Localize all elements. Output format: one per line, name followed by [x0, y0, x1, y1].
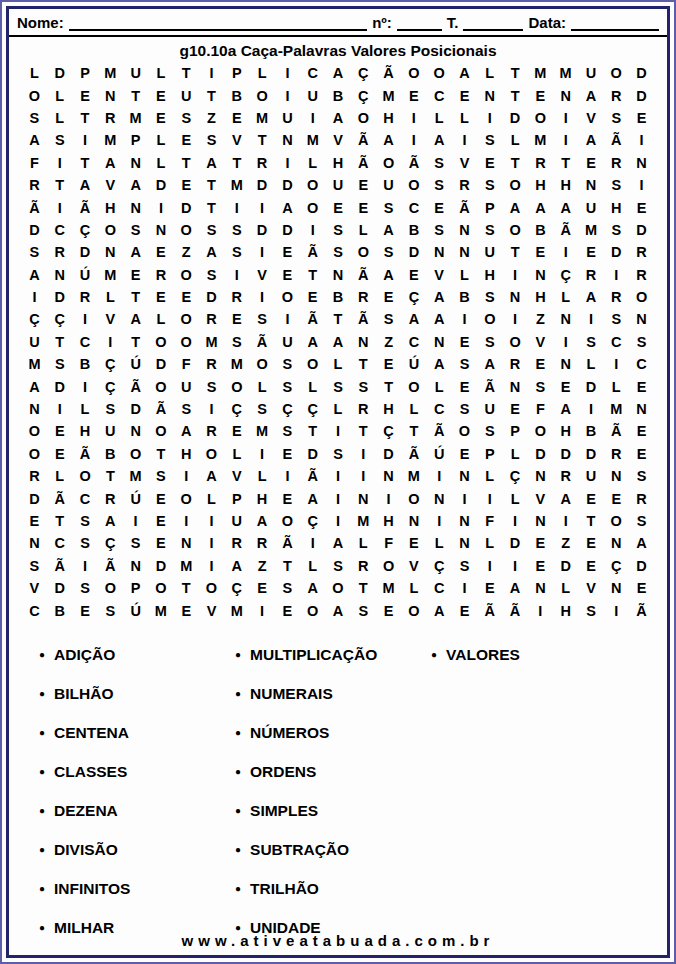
grid-cell-r4c21: M: [528, 129, 553, 151]
grid-cell-r16c4: S: [98, 398, 123, 420]
grid-cell-r17c22: H: [553, 420, 578, 442]
grid-cell-r14c12: O: [300, 353, 325, 375]
grid-cell-r25c18: E: [452, 599, 477, 621]
grid-cell-r21c8: I: [199, 510, 224, 532]
grid-cell-r9c22: I: [553, 241, 578, 263]
grid-cell-r15c4: Ç: [98, 375, 123, 397]
grid-cell-r11c12: E: [300, 286, 325, 308]
grid-cell-r15c17: L: [427, 375, 452, 397]
grid-cell-r18c10: I: [249, 443, 274, 465]
word-label: VALORES: [446, 646, 520, 664]
grid-cell-r11c7: E: [174, 286, 199, 308]
grid-cell-r10c21: N: [528, 264, 553, 286]
grid-cell-r8c25: D: [629, 219, 654, 241]
grid-cell-r13c25: S: [629, 331, 654, 353]
grid-cell-r11c13: B: [325, 286, 350, 308]
grid-cell-r19c6: S: [148, 465, 173, 487]
grid-cell-r2c21: E: [528, 84, 553, 106]
grid-cell-r16c25: N: [629, 398, 654, 420]
grid-cell-r25c2: B: [47, 599, 72, 621]
grid-cell-r6c1: R: [22, 174, 47, 196]
grid-cell-r14c19: A: [477, 353, 502, 375]
grid-cell-r25c19: Ã: [477, 599, 502, 621]
grid-cell-r4c14: Ã: [351, 129, 376, 151]
grid-cell-r12c12: Ã: [300, 308, 325, 330]
grid-cell-r17c15: Ç: [376, 420, 401, 442]
grid-cell-r13c19: S: [477, 331, 502, 353]
grid-cell-r20c6: E: [148, 487, 173, 509]
grid-cell-r9c25: R: [629, 241, 654, 263]
grid-cell-r22c9: R: [224, 532, 249, 554]
grid-cell-r25c4: S: [98, 599, 123, 621]
grid-cell-r22c8: I: [199, 532, 224, 554]
grid-cell-r5c12: L: [300, 152, 325, 174]
grid-cell-r16c2: I: [47, 398, 72, 420]
grid-cell-r4c12: M: [300, 129, 325, 151]
grid-cell-r25c21: I: [528, 599, 553, 621]
grid-cell-r4c7: E: [174, 129, 199, 151]
grid-cell-r7c9: I: [224, 196, 249, 218]
grid-cell-r11c25: O: [629, 286, 654, 308]
grid-cell-r7c2: I: [47, 196, 72, 218]
grid-cell-r7c23: U: [578, 196, 603, 218]
grid-cell-r20c19: I: [477, 487, 502, 509]
grid-cell-r3c9: E: [224, 107, 249, 129]
grid-cell-r10c5: E: [123, 264, 148, 286]
grid-cell-r6c8: T: [199, 174, 224, 196]
grid-cell-r2c24: R: [604, 84, 629, 106]
grid-cell-r9c10: I: [249, 241, 274, 263]
grid-cell-r20c20: L: [502, 487, 527, 509]
grid-cell-r17c10: M: [249, 420, 274, 442]
grid-cell-r13c8: M: [199, 331, 224, 353]
grid-cell-r15c15: T: [376, 375, 401, 397]
grid-cell-r12c23: I: [578, 308, 603, 330]
grid-cell-r14c17: A: [427, 353, 452, 375]
grid-cell-r12c4: V: [98, 308, 123, 330]
grid-cell-r6c14: E: [351, 174, 376, 196]
grid-cell-r11c9: R: [224, 286, 249, 308]
word-label: CENTENA: [54, 724, 129, 742]
date-label: Data:: [528, 15, 566, 31]
grid-cell-r19c23: U: [578, 465, 603, 487]
word-item: ●SIMPLES: [235, 792, 431, 831]
grid-cell-r4c2: S: [47, 129, 72, 151]
grid-cell-r21c12: Ç: [300, 510, 325, 532]
grid-cell-r2c25: D: [629, 84, 654, 106]
grid-cell-r24c23: V: [578, 577, 603, 599]
grid-cell-r1c7: T: [174, 62, 199, 84]
grid-cell-r2c8: T: [199, 84, 224, 106]
grid-cell-r14c10: O: [249, 353, 274, 375]
grid-cell-r1c21: M: [528, 62, 553, 84]
grid-cell-r7c8: T: [199, 196, 224, 218]
grid-cell-r3c15: H: [376, 107, 401, 129]
bullet-icon: ●: [39, 767, 45, 777]
grid-cell-r4c16: I: [401, 129, 426, 151]
grid-cell-r9c4: N: [98, 241, 123, 263]
grid-cell-r10c3: Ú: [72, 264, 97, 286]
word-label: SIMPLES: [250, 802, 318, 820]
grid-cell-r22c13: A: [325, 532, 350, 554]
bullet-icon: ●: [235, 728, 241, 738]
grid-cell-r17c25: E: [629, 420, 654, 442]
grid-cell-r17c20: P: [502, 420, 527, 442]
grid-cell-r25c8: V: [199, 599, 224, 621]
grid-cell-r11c6: E: [148, 286, 173, 308]
grid-cell-r23c15: O: [376, 555, 401, 577]
grid-cell-r9c19: U: [477, 241, 502, 263]
grid-cell-r5c2: I: [47, 152, 72, 174]
grid-cell-r17c16: T: [401, 420, 426, 442]
grid-cell-r8c6: N: [148, 219, 173, 241]
grid-cell-r2c18: E: [452, 84, 477, 106]
grid-cell-r14c25: C: [629, 353, 654, 375]
word-label: NUMERAIS: [250, 685, 333, 703]
grid-cell-r12c13: T: [325, 308, 350, 330]
word-label: DIVISÃO: [54, 841, 118, 859]
grid-cell-r12c5: A: [123, 308, 148, 330]
grid-cell-r23c21: E: [528, 555, 553, 577]
grid-cell-r9c14: O: [351, 241, 376, 263]
grid-cell-r10c13: N: [325, 264, 350, 286]
grid-cell-r8c23: M: [578, 219, 603, 241]
grid-cell-r20c1: D: [22, 487, 47, 509]
grid-cell-r9c9: S: [224, 241, 249, 263]
grid-cell-r16c11: Ç: [275, 398, 300, 420]
grid-cell-r19c25: S: [629, 465, 654, 487]
grid-cell-r19c16: M: [401, 465, 426, 487]
grid-cell-r19c8: A: [199, 465, 224, 487]
grid-cell-r3c19: I: [477, 107, 502, 129]
grid-cell-r1c25: D: [629, 62, 654, 84]
grid-cell-r17c1: O: [22, 420, 47, 442]
grid-cell-r22c11: Ã: [275, 532, 300, 554]
grid-cell-r24c17: C: [427, 577, 452, 599]
website-footer: www.ativeatabuada.com.br: [9, 932, 667, 949]
grid-cell-r25c15: E: [376, 599, 401, 621]
grid-cell-r25c1: C: [22, 599, 47, 621]
grid-cell-r4c1: A: [22, 129, 47, 151]
grid-cell-r23c13: S: [325, 555, 350, 577]
grid-cell-r7c4: H: [98, 196, 123, 218]
grid-cell-r7c19: P: [477, 196, 502, 218]
grid-cell-r20c5: Ú: [123, 487, 148, 509]
word-item: ●INFINITOS: [39, 870, 235, 909]
bullet-icon: ●: [39, 689, 45, 699]
grid-cell-r21c3: S: [72, 510, 97, 532]
grid-cell-r9c17: N: [427, 241, 452, 263]
grid-cell-r15c23: D: [578, 375, 603, 397]
grid-cell-r18c11: E: [275, 443, 300, 465]
grid-cell-r22c1: N: [22, 532, 47, 554]
grid-cell-r4c24: Ã: [604, 129, 629, 151]
grid-cell-r5c3: T: [72, 152, 97, 174]
worksheet-page: Nome: nº: T. Data: g10.10a Caça-Palavras…: [0, 0, 676, 964]
grid-cell-r10c11: E: [275, 264, 300, 286]
grid-cell-r16c22: A: [553, 398, 578, 420]
grid-cell-r21c9: U: [224, 510, 249, 532]
grid-cell-r7c21: A: [528, 196, 553, 218]
grid-cell-r13c15: Z: [376, 331, 401, 353]
grid-cell-r10c4: M: [98, 264, 123, 286]
grid-cell-r3c14: O: [351, 107, 376, 129]
word-label: BILHÃO: [54, 685, 113, 703]
grid-cell-r1c20: T: [502, 62, 527, 84]
grid-cell-r10c8: S: [199, 264, 224, 286]
grid-cell-r25c20: Ã: [502, 599, 527, 621]
grid-cell-r23c4: Ã: [98, 555, 123, 577]
bullet-icon: ●: [39, 884, 45, 894]
word-item: ●VALORES: [431, 636, 667, 675]
grid-cell-r9c13: S: [325, 241, 350, 263]
grid-cell-r24c19: E: [477, 577, 502, 599]
grid-cell-r23c3: I: [72, 555, 97, 577]
grid-cell-r11c11: O: [275, 286, 300, 308]
puzzle-title: g10.10a Caça-Palavras Valores Posicionai…: [9, 37, 667, 61]
grid-cell-r5c21: R: [528, 152, 553, 174]
grid-cell-r19c11: I: [275, 465, 300, 487]
grid-cell-r21c19: F: [477, 510, 502, 532]
grid-cell-r3c4: R: [98, 107, 123, 129]
grid-cell-r10c12: T: [300, 264, 325, 286]
grid-cell-r24c12: A: [300, 577, 325, 599]
grid-cell-r25c9: M: [224, 599, 249, 621]
grid-cell-r20c16: O: [401, 487, 426, 509]
grid-cell-r14c2: S: [47, 353, 72, 375]
grid-cell-r1c4: M: [98, 62, 123, 84]
grid-cell-r1c9: P: [224, 62, 249, 84]
grid-cell-r5c11: I: [275, 152, 300, 174]
grid-cell-r22c16: E: [401, 532, 426, 554]
grid-cell-r15c11: S: [275, 375, 300, 397]
word-label: CLASSES: [54, 763, 127, 781]
grid-cell-r15c12: L: [300, 375, 325, 397]
grid-cell-r14c22: N: [553, 353, 578, 375]
grid-cell-r14c9: M: [224, 353, 249, 375]
grid-cell-r24c16: L: [401, 577, 426, 599]
grid-cell-r8c9: S: [224, 219, 249, 241]
grid-cell-r9c3: D: [72, 241, 97, 263]
grid-cell-r2c16: E: [401, 84, 426, 106]
grid-cell-r14c24: I: [604, 353, 629, 375]
grid-cell-r3c7: S: [174, 107, 199, 129]
grid-cell-r24c8: O: [199, 577, 224, 599]
grid-cell-r10c17: V: [427, 264, 452, 286]
grid-cell-r17c24: Ã: [604, 420, 629, 442]
grid-cell-r23c18: S: [452, 555, 477, 577]
grid-cell-r22c15: F: [376, 532, 401, 554]
grid-cell-r22c19: L: [477, 532, 502, 554]
grid-cell-r19c22: R: [553, 465, 578, 487]
grid-cell-r7c17: E: [427, 196, 452, 218]
grid-cell-r25c6: M: [148, 599, 173, 621]
grid-cell-r8c13: S: [325, 219, 350, 241]
grid-cell-r25c7: E: [174, 599, 199, 621]
grid-cell-r1c6: L: [148, 62, 173, 84]
grid-cell-r5c1: F: [22, 152, 47, 174]
grid-cell-r7c20: A: [502, 196, 527, 218]
grid-cell-r14c14: T: [351, 353, 376, 375]
grid-cell-r4c3: I: [72, 129, 97, 151]
grid-cell-r16c10: S: [249, 398, 274, 420]
grid-cell-r1c15: Ã: [376, 62, 401, 84]
grid-cell-r19c13: I: [325, 465, 350, 487]
grid-cell-r3c11: U: [275, 107, 300, 129]
grid-cell-r3c18: L: [452, 107, 477, 129]
grid-cell-r2c20: T: [502, 84, 527, 106]
grid-cell-r23c11: T: [275, 555, 300, 577]
grid-cell-r15c25: E: [629, 375, 654, 397]
grid-cell-r12c15: S: [376, 308, 401, 330]
grid-cell-r25c25: Ã: [629, 599, 654, 621]
grid-cell-r8c8: S: [199, 219, 224, 241]
grid-cell-r17c17: Ã: [427, 420, 452, 442]
grid-cell-r11c10: I: [249, 286, 274, 308]
grid-cell-r7c22: A: [553, 196, 578, 218]
grid-cell-r2c22: N: [553, 84, 578, 106]
grid-cell-r19c12: Ã: [300, 465, 325, 487]
grid-cell-r11c14: R: [351, 286, 376, 308]
grid-cell-r17c9: E: [224, 420, 249, 442]
grid-cell-r22c18: N: [452, 532, 477, 554]
grid-cell-r1c23: U: [578, 62, 603, 84]
grid-cell-r20c21: V: [528, 487, 553, 509]
grid-cell-r13c20: O: [502, 331, 527, 353]
grid-cell-r8c7: O: [174, 219, 199, 241]
grid-cell-r7c16: C: [401, 196, 426, 218]
grid-cell-r18c4: B: [98, 443, 123, 465]
grid-cell-r1c10: L: [249, 62, 274, 84]
grid-cell-r1c8: I: [199, 62, 224, 84]
grid-cell-r3c13: A: [325, 107, 350, 129]
name-write-line: [69, 15, 368, 31]
grid-cell-r18c3: Ã: [72, 443, 97, 465]
grid-cell-r18c12: D: [300, 443, 325, 465]
grid-cell-r22c24: N: [604, 532, 629, 554]
grid-cell-r13c16: C: [401, 331, 426, 353]
grid-cell-r9c16: D: [401, 241, 426, 263]
grid-cell-r11c15: E: [376, 286, 401, 308]
grid-cell-r12c24: S: [604, 308, 629, 330]
grid-cell-r1c12: C: [300, 62, 325, 84]
grid-cell-r19c5: M: [123, 465, 148, 487]
grid-cell-r6c17: S: [427, 174, 452, 196]
grid-cell-r20c9: P: [224, 487, 249, 509]
grid-cell-r2c17: C: [427, 84, 452, 106]
bullet-icon: ●: [235, 806, 241, 816]
grid-cell-r2c3: E: [72, 84, 97, 106]
grid-cell-r25c16: O: [401, 599, 426, 621]
grid-cell-r10c23: R: [578, 264, 603, 286]
grid-cell-r6c24: S: [604, 174, 629, 196]
grid-cell-r21c1: E: [22, 510, 47, 532]
grid-cell-r14c13: L: [325, 353, 350, 375]
grid-cell-r10c25: R: [629, 264, 654, 286]
grid-cell-r14c7: F: [174, 353, 199, 375]
grid-cell-r10c15: A: [376, 264, 401, 286]
grid-cell-r17c2: E: [47, 420, 72, 442]
grid-cell-r22c4: Ç: [98, 532, 123, 554]
grid-cell-r23c2: Ã: [47, 555, 72, 577]
grid-cell-r13c4: I: [98, 331, 123, 353]
grid-cell-r9c15: S: [376, 241, 401, 263]
grid-cell-r6c7: E: [174, 174, 199, 196]
bullet-icon: ●: [39, 806, 45, 816]
grid-cell-r1c16: O: [401, 62, 426, 84]
grid-cell-r6c21: H: [528, 174, 553, 196]
grid-cell-r25c10: I: [249, 599, 274, 621]
grid-cell-r9c7: Z: [174, 241, 199, 263]
grid-cell-r18c24: R: [604, 443, 629, 465]
grid-cell-r18c22: D: [553, 443, 578, 465]
grid-cell-r18c20: L: [502, 443, 527, 465]
grid-cell-r4c6: L: [148, 129, 173, 151]
grid-cell-r22c20: D: [502, 532, 527, 554]
word-label: TRILHÃO: [250, 880, 319, 898]
grid-cell-r13c21: V: [528, 331, 553, 353]
grid-cell-r21c2: T: [47, 510, 72, 532]
grid-cell-r20c14: N: [351, 487, 376, 509]
grid-cell-r15c21: S: [528, 375, 553, 397]
grid-cell-r14c5: Ú: [123, 353, 148, 375]
grid-cell-r13c5: T: [123, 331, 148, 353]
grid-cell-r18c16: Ã: [401, 443, 426, 465]
grid-cell-r2c4: N: [98, 84, 123, 106]
grid-cell-r9c12: Ã: [300, 241, 325, 263]
grid-cell-r24c22: L: [553, 577, 578, 599]
grid-cell-r10c18: L: [452, 264, 477, 286]
grid-cell-r23c22: D: [553, 555, 578, 577]
grid-cell-r6c23: N: [578, 174, 603, 196]
grid-cell-r9c20: T: [502, 241, 527, 263]
grid-cell-r7c25: E: [629, 196, 654, 218]
grid-cell-r24c7: T: [174, 577, 199, 599]
grid-cell-r5c23: E: [578, 152, 603, 174]
grid-cell-r21c18: N: [452, 510, 477, 532]
grid-cell-r13c7: O: [174, 331, 199, 353]
grid-cell-r25c17: A: [427, 599, 452, 621]
grid-cell-r24c24: N: [604, 577, 629, 599]
word-search-grid: LDPMULTIPLICAÇÃOOALTMMUODOLENTEUTBOIUBÇM…: [9, 62, 667, 622]
grid-cell-r8c3: Ç: [72, 219, 97, 241]
grid-cell-r13c2: T: [47, 331, 72, 353]
grid-cell-r18c13: S: [325, 443, 350, 465]
grid-cell-r8c1: D: [22, 219, 47, 241]
grid-cell-r15c6: O: [148, 375, 173, 397]
grid-cell-r11c23: A: [578, 286, 603, 308]
grid-cell-r6c19: S: [477, 174, 502, 196]
grid-cell-r18c6: T: [148, 443, 173, 465]
grid-cell-r17c3: H: [72, 420, 97, 442]
grid-cell-r24c13: O: [325, 577, 350, 599]
grid-cell-r3c16: I: [401, 107, 426, 129]
grid-cell-r23c10: Z: [249, 555, 274, 577]
grid-cell-r20c23: E: [578, 487, 603, 509]
grid-cell-r9c21: E: [528, 241, 553, 263]
grid-cell-r11c17: A: [427, 286, 452, 308]
grid-cell-r19c21: N: [528, 465, 553, 487]
grid-cell-r20c25: R: [629, 487, 654, 509]
bullet-icon: ●: [431, 650, 437, 660]
grid-cell-r20c7: O: [174, 487, 199, 509]
bullet-icon: ●: [235, 845, 241, 855]
grid-cell-r2c23: A: [578, 84, 603, 106]
grid-cell-r20c12: A: [300, 487, 325, 509]
grid-cell-r16c9: Ç: [224, 398, 249, 420]
grid-cell-r3c20: D: [502, 107, 527, 129]
grid-cell-r15c5: Ã: [123, 375, 148, 397]
